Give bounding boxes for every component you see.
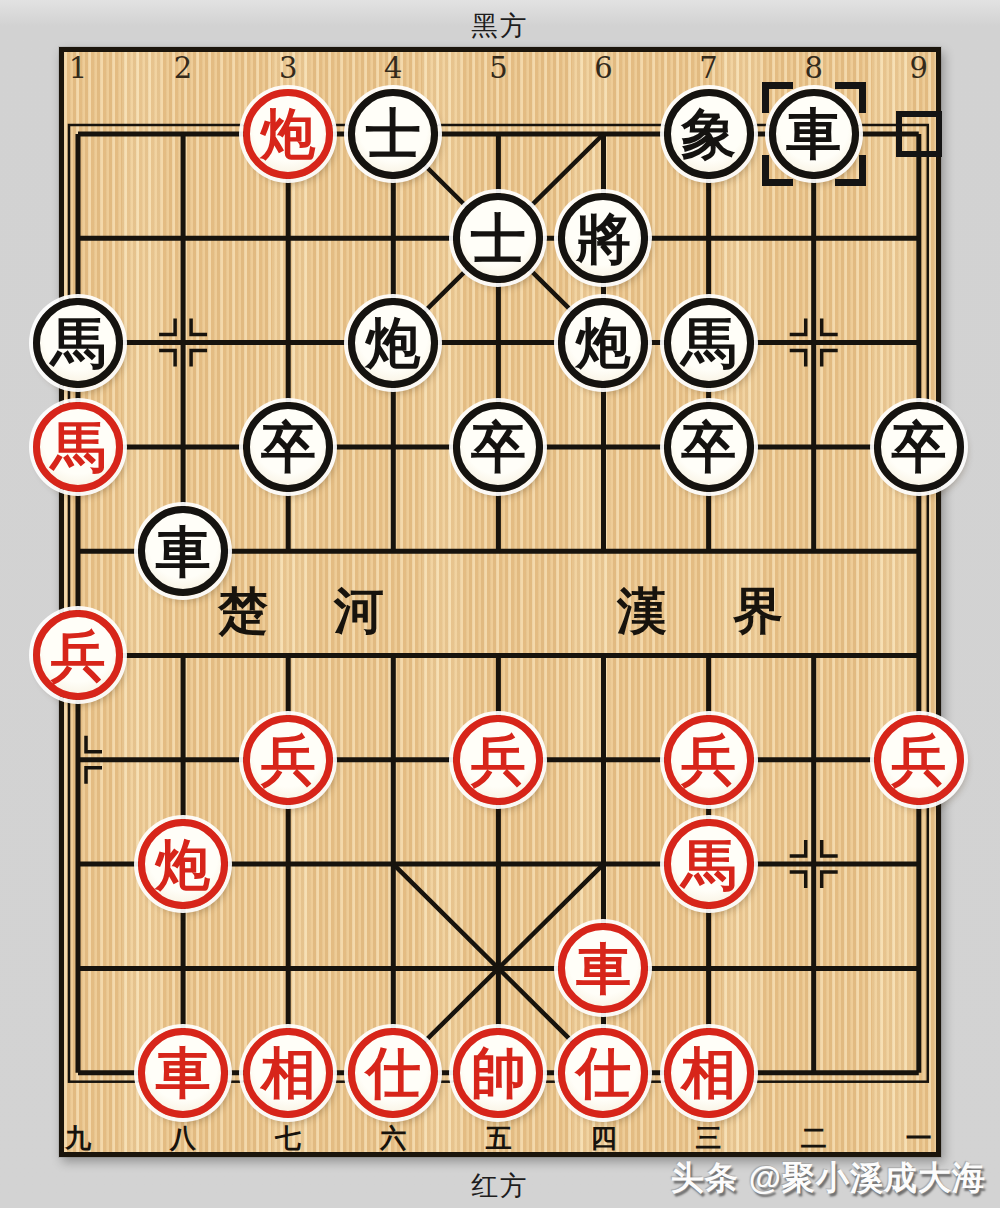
file-label-top-5: 5 <box>489 51 507 85</box>
piece-black-炮[interactable]: 炮 <box>558 298 648 388</box>
piece-black-象[interactable]: 象 <box>664 89 754 179</box>
file-label-bottom-2: 八 <box>170 1121 196 1156</box>
file-label-bottom-6: 四 <box>591 1121 617 1156</box>
piece-red-炮[interactable]: 炮 <box>138 819 228 909</box>
file-label-top-9: 9 <box>910 51 928 85</box>
piece-red-相[interactable]: 相 <box>664 1028 754 1118</box>
file-label-bottom-4: 六 <box>380 1121 406 1156</box>
file-label-top-7: 7 <box>699 51 717 85</box>
file-label-top-3: 3 <box>279 51 297 85</box>
file-label-bottom-9: 一 <box>906 1121 932 1156</box>
piece-black-炮[interactable]: 炮 <box>348 298 438 388</box>
file-label-bottom-7: 三 <box>696 1121 722 1156</box>
piece-red-仕[interactable]: 仕 <box>558 1028 648 1118</box>
file-label-top-2: 2 <box>174 51 192 85</box>
red-side-label: 红方 <box>0 1168 1000 1204</box>
file-label-bottom-3: 七 <box>275 1121 301 1156</box>
file-label-top-8: 8 <box>804 51 822 85</box>
piece-red-馬[interactable]: 馬 <box>33 402 123 492</box>
piece-red-兵[interactable]: 兵 <box>874 715 964 805</box>
piece-black-將[interactable]: 將 <box>558 193 648 283</box>
file-label-top-6: 6 <box>594 51 612 85</box>
piece-red-車[interactable]: 車 <box>138 1028 228 1118</box>
piece-red-車[interactable]: 車 <box>558 923 648 1013</box>
piece-black-卒[interactable]: 卒 <box>874 402 964 492</box>
piece-red-相[interactable]: 相 <box>243 1028 333 1118</box>
piece-black-士[interactable]: 士 <box>348 89 438 179</box>
pieces-layer: 炮士象車士將馬炮炮馬馬卒卒卒卒車兵兵兵兵兵炮馬車車相仕帥仕相 <box>25 82 971 1125</box>
piece-black-馬[interactable]: 馬 <box>33 298 123 388</box>
piece-red-帥[interactable]: 帥 <box>453 1028 543 1118</box>
piece-red-馬[interactable]: 馬 <box>664 819 754 909</box>
file-label-bottom-5: 五 <box>485 1121 511 1156</box>
piece-black-卒[interactable]: 卒 <box>453 402 543 492</box>
file-label-top-4: 4 <box>384 51 402 85</box>
piece-black-馬[interactable]: 馬 <box>664 298 754 388</box>
piece-black-車[interactable]: 車 <box>138 506 228 596</box>
piece-black-卒[interactable]: 卒 <box>664 402 754 492</box>
piece-red-兵[interactable]: 兵 <box>33 610 123 700</box>
file-label-bottom-1: 九 <box>65 1121 91 1156</box>
piece-red-兵[interactable]: 兵 <box>243 715 333 805</box>
piece-red-仕[interactable]: 仕 <box>348 1028 438 1118</box>
piece-black-卒[interactable]: 卒 <box>243 402 333 492</box>
black-side-label: 黑方 <box>0 8 1000 44</box>
piece-black-士[interactable]: 士 <box>453 193 543 283</box>
file-label-bottom-8: 二 <box>801 1121 827 1156</box>
piece-black-車[interactable]: 車 <box>769 89 859 179</box>
piece-red-兵[interactable]: 兵 <box>664 715 754 805</box>
file-label-top-1: 1 <box>69 51 87 85</box>
piece-red-炮[interactable]: 炮 <box>243 89 333 179</box>
piece-red-兵[interactable]: 兵 <box>453 715 543 805</box>
